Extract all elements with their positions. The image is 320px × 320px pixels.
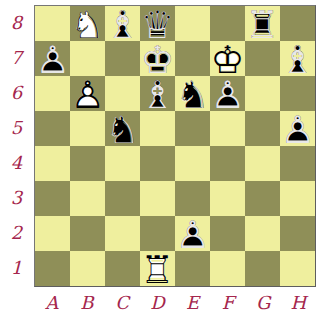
square-f5[interactable] [210,111,245,146]
square-e1[interactable] [175,251,210,286]
chess-board: ♞♘♝♗♛♕♜♖♟♙♚♔♚♔♝♗♟♙♝♗♞♘♟♙♞♘♟♙♟♙♜♖ [34,5,316,287]
square-b8[interactable]: ♞♘ [70,6,105,41]
piece-white-knight: ♞♘ [70,6,105,41]
piece-fill-glyph: ♚ [140,42,175,77]
piece-fill-glyph: ♟ [70,77,105,112]
square-a8[interactable] [35,6,70,41]
file-label-f: F [210,288,245,316]
piece-outline-glyph: ♙ [70,77,105,112]
square-c7[interactable] [105,41,140,76]
file-label-h: H [281,288,316,316]
piece-outline-glyph: ♖ [140,252,175,287]
rank-label-3: 3 [0,180,33,215]
square-c1[interactable] [105,251,140,286]
piece-fill-glyph: ♞ [175,77,210,112]
square-g5[interactable] [245,111,280,146]
square-h5[interactable]: ♟♙ [280,111,315,146]
square-h1[interactable] [280,251,315,286]
square-g7[interactable] [245,41,280,76]
rank-label-8: 8 [0,5,33,40]
square-g8[interactable]: ♜♖ [245,6,280,41]
piece-fill-glyph: ♜ [140,252,175,287]
piece-black-pawn: ♟♙ [35,41,70,76]
square-c4[interactable] [105,146,140,181]
square-e4[interactable] [175,146,210,181]
piece-black-queen: ♛♕ [140,6,175,41]
square-f7[interactable]: ♚♔ [210,41,245,76]
square-a6[interactable] [35,76,70,111]
piece-fill-glyph: ♟ [35,42,70,77]
square-b7[interactable] [70,41,105,76]
piece-fill-glyph: ♟ [175,217,210,252]
square-a1[interactable] [35,251,70,286]
rank-label-1: 1 [0,250,33,285]
square-g3[interactable] [245,181,280,216]
square-a3[interactable] [35,181,70,216]
rank-label-5: 5 [0,110,33,145]
square-b2[interactable] [70,216,105,251]
square-b1[interactable] [70,251,105,286]
square-b6[interactable]: ♟♙ [70,76,105,111]
piece-fill-glyph: ♝ [140,77,175,112]
file-label-g: G [246,288,281,316]
piece-fill-glyph: ♟ [210,77,245,112]
piece-fill-glyph: ♞ [70,7,105,42]
piece-outline-glyph: ♘ [175,77,210,112]
square-d8[interactable]: ♛♕ [140,6,175,41]
square-h3[interactable] [280,181,315,216]
square-g4[interactable] [245,146,280,181]
piece-fill-glyph: ♞ [105,112,140,147]
square-d1[interactable]: ♜♖ [140,251,175,286]
piece-fill-glyph: ♜ [245,7,280,42]
square-e7[interactable] [175,41,210,76]
square-g2[interactable] [245,216,280,251]
piece-black-rook: ♜♖ [245,6,280,41]
square-d3[interactable] [140,181,175,216]
piece-fill-glyph: ♚ [210,42,245,77]
piece-outline-glyph: ♙ [280,112,315,147]
piece-white-king: ♚♔ [210,41,245,76]
piece-fill-glyph: ♝ [105,7,140,42]
square-c5[interactable]: ♞♘ [105,111,140,146]
square-h6[interactable] [280,76,315,111]
square-c3[interactable] [105,181,140,216]
piece-white-rook: ♜♖ [140,251,175,286]
piece-outline-glyph: ♕ [140,7,175,42]
square-f6[interactable]: ♟♙ [210,76,245,111]
piece-outline-glyph: ♗ [140,77,175,112]
piece-black-bishop: ♝♗ [280,41,315,76]
square-a7[interactable]: ♟♙ [35,41,70,76]
piece-fill-glyph: ♝ [280,42,315,77]
square-h8[interactable] [280,6,315,41]
square-d2[interactable] [140,216,175,251]
rank-label-4: 4 [0,145,33,180]
piece-outline-glyph: ♙ [210,77,245,112]
file-label-e: E [175,288,210,316]
square-f4[interactable] [210,146,245,181]
piece-black-king: ♚♔ [140,41,175,76]
file-label-d: D [140,288,175,316]
square-e5[interactable] [175,111,210,146]
rank-label-7: 7 [0,40,33,75]
piece-black-bishop: ♝♗ [140,76,175,111]
piece-outline-glyph: ♔ [210,42,245,77]
piece-outline-glyph: ♖ [245,7,280,42]
square-h2[interactable] [280,216,315,251]
piece-outline-glyph: ♗ [105,7,140,42]
file-labels: ABCDEFGH [34,288,316,316]
square-d7[interactable]: ♚♔ [140,41,175,76]
square-d4[interactable] [140,146,175,181]
square-b3[interactable] [70,181,105,216]
square-b5[interactable] [70,111,105,146]
square-e2[interactable]: ♟♙ [175,216,210,251]
piece-black-knight: ♞♘ [175,76,210,111]
piece-black-pawn: ♟♙ [175,216,210,251]
piece-outline-glyph: ♗ [280,42,315,77]
square-e6[interactable]: ♞♘ [175,76,210,111]
rank-labels: 87654321 [0,5,33,285]
rank-label-2: 2 [0,215,33,250]
square-c2[interactable] [105,216,140,251]
piece-outline-glyph: ♘ [70,7,105,42]
square-e8[interactable] [175,6,210,41]
square-h7[interactable]: ♝♗ [280,41,315,76]
square-d6[interactable]: ♝♗ [140,76,175,111]
rank-label-6: 6 [0,75,33,110]
square-d5[interactable] [140,111,175,146]
square-c6[interactable] [105,76,140,111]
piece-black-knight: ♞♘ [105,111,140,146]
square-a5[interactable] [35,111,70,146]
square-f1[interactable] [210,251,245,286]
piece-outline-glyph: ♘ [105,112,140,147]
file-label-c: C [105,288,140,316]
square-c8[interactable]: ♝♗ [105,6,140,41]
square-a4[interactable] [35,146,70,181]
square-f2[interactable] [210,216,245,251]
piece-black-pawn: ♟♙ [280,111,315,146]
piece-outline-glyph: ♙ [35,42,70,77]
file-label-b: B [69,288,104,316]
file-label-a: A [34,288,69,316]
piece-black-bishop: ♝♗ [105,6,140,41]
square-e3[interactable] [175,181,210,216]
piece-white-pawn: ♟♙ [70,76,105,111]
square-g6[interactable] [245,76,280,111]
piece-outline-glyph: ♙ [175,217,210,252]
square-f8[interactable] [210,6,245,41]
chess-diagram: 87654321 ♞♘♝♗♛♕♜♖♟♙♚♔♚♔♝♗♟♙♝♗♞♘♟♙♞♘♟♙♟♙♜… [0,0,320,320]
piece-black-pawn: ♟♙ [210,76,245,111]
square-g1[interactable] [245,251,280,286]
piece-fill-glyph: ♟ [280,112,315,147]
square-a2[interactable] [35,216,70,251]
square-b4[interactable] [70,146,105,181]
square-h4[interactable] [280,146,315,181]
piece-outline-glyph: ♔ [140,42,175,77]
piece-fill-glyph: ♛ [140,7,175,42]
square-f3[interactable] [210,181,245,216]
